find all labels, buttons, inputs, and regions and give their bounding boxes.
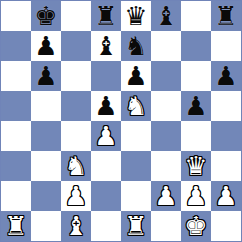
piece-black-pawn[interactable]: ♟ xyxy=(214,63,237,89)
square-b7[interactable]: ♟ xyxy=(31,31,61,61)
piece-white-pawn[interactable]: ♟ xyxy=(214,183,237,209)
square-h6[interactable]: ♟ xyxy=(211,61,241,91)
square-a8[interactable] xyxy=(1,1,31,31)
square-e8[interactable]: ♛ xyxy=(121,1,151,31)
square-h5[interactable] xyxy=(211,91,241,121)
square-a4[interactable] xyxy=(1,121,31,151)
piece-black-queen[interactable]: ♛ xyxy=(124,3,147,29)
piece-white-pawn[interactable]: ♟ xyxy=(184,183,207,209)
square-d8[interactable]: ♜ xyxy=(91,1,121,31)
square-a5[interactable] xyxy=(1,91,31,121)
piece-black-pawn[interactable]: ♟ xyxy=(34,63,57,89)
square-c5[interactable] xyxy=(61,91,91,121)
square-e3[interactable] xyxy=(121,151,151,181)
square-f5[interactable] xyxy=(151,91,181,121)
square-a2[interactable] xyxy=(1,181,31,211)
square-c6[interactable] xyxy=(61,61,91,91)
square-g3[interactable]: ♛ xyxy=(181,151,211,181)
square-c1[interactable]: ♝ xyxy=(61,211,91,241)
square-e2[interactable] xyxy=(121,181,151,211)
chess-board: ♚♜♛♝♜♟♝♞♟♟♟♟♞♟♟♞♛♟♟♟♟♜♝♜♚ xyxy=(0,0,242,242)
square-h8[interactable]: ♜ xyxy=(211,1,241,31)
square-c4[interactable] xyxy=(61,121,91,151)
piece-black-bishop[interactable]: ♝ xyxy=(154,3,177,29)
piece-white-king[interactable]: ♚ xyxy=(184,213,207,239)
square-c3[interactable]: ♞ xyxy=(61,151,91,181)
piece-white-queen[interactable]: ♛ xyxy=(184,153,207,179)
square-h4[interactable] xyxy=(211,121,241,151)
square-g8[interactable] xyxy=(181,1,211,31)
square-f6[interactable] xyxy=(151,61,181,91)
square-g7[interactable] xyxy=(181,31,211,61)
square-b3[interactable] xyxy=(31,151,61,181)
square-h7[interactable] xyxy=(211,31,241,61)
piece-black-pawn[interactable]: ♟ xyxy=(94,93,117,119)
square-a3[interactable] xyxy=(1,151,31,181)
square-b2[interactable] xyxy=(31,181,61,211)
piece-black-pawn[interactable]: ♟ xyxy=(184,93,207,119)
piece-black-pawn[interactable]: ♟ xyxy=(124,63,147,89)
square-g5[interactable]: ♟ xyxy=(181,91,211,121)
square-a6[interactable] xyxy=(1,61,31,91)
square-d6[interactable] xyxy=(91,61,121,91)
square-d7[interactable]: ♝ xyxy=(91,31,121,61)
square-f3[interactable] xyxy=(151,151,181,181)
square-f7[interactable] xyxy=(151,31,181,61)
square-b4[interactable] xyxy=(31,121,61,151)
square-h3[interactable] xyxy=(211,151,241,181)
square-a7[interactable] xyxy=(1,31,31,61)
square-a1[interactable]: ♜ xyxy=(1,211,31,241)
square-d4[interactable]: ♟ xyxy=(91,121,121,151)
square-e6[interactable]: ♟ xyxy=(121,61,151,91)
piece-black-knight[interactable]: ♞ xyxy=(124,33,147,59)
square-f2[interactable]: ♟ xyxy=(151,181,181,211)
square-b8[interactable]: ♚ xyxy=(31,1,61,31)
square-d1[interactable] xyxy=(91,211,121,241)
square-f8[interactable]: ♝ xyxy=(151,1,181,31)
square-g1[interactable]: ♚ xyxy=(181,211,211,241)
square-b6[interactable]: ♟ xyxy=(31,61,61,91)
piece-white-pawn[interactable]: ♟ xyxy=(64,183,87,209)
square-d3[interactable] xyxy=(91,151,121,181)
square-g6[interactable] xyxy=(181,61,211,91)
piece-white-pawn[interactable]: ♟ xyxy=(94,123,117,149)
square-e1[interactable]: ♜ xyxy=(121,211,151,241)
square-e4[interactable] xyxy=(121,121,151,151)
square-f1[interactable] xyxy=(151,211,181,241)
piece-black-king[interactable]: ♚ xyxy=(34,3,57,29)
piece-white-bishop[interactable]: ♝ xyxy=(64,213,87,239)
piece-white-knight[interactable]: ♞ xyxy=(124,93,147,119)
square-g4[interactable] xyxy=(181,121,211,151)
square-b5[interactable] xyxy=(31,91,61,121)
square-h1[interactable] xyxy=(211,211,241,241)
square-d2[interactable] xyxy=(91,181,121,211)
square-c8[interactable] xyxy=(61,1,91,31)
square-f4[interactable] xyxy=(151,121,181,151)
piece-black-bishop[interactable]: ♝ xyxy=(94,33,117,59)
piece-white-knight[interactable]: ♞ xyxy=(64,153,87,179)
square-b1[interactable] xyxy=(31,211,61,241)
piece-black-rook[interactable]: ♜ xyxy=(214,3,237,29)
piece-white-pawn[interactable]: ♟ xyxy=(154,183,177,209)
square-e5[interactable]: ♞ xyxy=(121,91,151,121)
square-d5[interactable]: ♟ xyxy=(91,91,121,121)
square-h2[interactable]: ♟ xyxy=(211,181,241,211)
piece-black-rook[interactable]: ♜ xyxy=(94,3,117,29)
square-c7[interactable] xyxy=(61,31,91,61)
square-e7[interactable]: ♞ xyxy=(121,31,151,61)
piece-black-pawn[interactable]: ♟ xyxy=(34,33,57,59)
square-g2[interactable]: ♟ xyxy=(181,181,211,211)
piece-white-rook[interactable]: ♜ xyxy=(4,213,27,239)
square-c2[interactable]: ♟ xyxy=(61,181,91,211)
piece-white-rook[interactable]: ♜ xyxy=(124,213,147,239)
